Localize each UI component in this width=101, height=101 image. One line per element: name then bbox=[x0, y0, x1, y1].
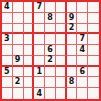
cell-r3c6[interactable] bbox=[56, 24, 67, 35]
cell-r7c5[interactable] bbox=[45, 67, 56, 78]
cell-r5c1[interactable] bbox=[2, 45, 13, 56]
given-digit: 4 bbox=[80, 45, 86, 53]
given-digit: 3 bbox=[4, 35, 10, 43]
given-digit: 7 bbox=[80, 35, 86, 43]
given-digit: 2 bbox=[69, 23, 75, 31]
cell-r8c2[interactable]: 2 bbox=[13, 77, 24, 88]
cell-r3c4[interactable] bbox=[34, 24, 45, 35]
given-digit: 7 bbox=[36, 2, 42, 10]
cell-r6c5[interactable]: 2 bbox=[45, 56, 56, 67]
cell-r9c6[interactable] bbox=[56, 88, 67, 99]
cell-r9c1[interactable] bbox=[2, 88, 13, 99]
cell-r2c8[interactable] bbox=[77, 13, 88, 24]
cell-r4c3[interactable] bbox=[24, 34, 35, 45]
cell-r3c9[interactable] bbox=[88, 24, 99, 35]
cell-r4c2[interactable] bbox=[13, 34, 24, 45]
cell-r3c2[interactable] bbox=[13, 24, 24, 35]
cell-r2c4[interactable] bbox=[34, 13, 45, 24]
cell-r6c3[interactable] bbox=[24, 56, 35, 67]
cell-r8c7[interactable]: 8 bbox=[67, 77, 78, 88]
cell-r5c7[interactable] bbox=[67, 45, 78, 56]
cell-r2c1[interactable] bbox=[2, 13, 13, 24]
cell-r7c4[interactable]: 1 bbox=[34, 67, 45, 78]
cell-r4c7[interactable] bbox=[67, 34, 78, 45]
given-digit: 4 bbox=[36, 89, 42, 97]
cell-r6c1[interactable] bbox=[2, 56, 13, 67]
cell-r5c3[interactable] bbox=[24, 45, 35, 56]
cell-r1c1[interactable]: 4 bbox=[2, 2, 13, 13]
cell-r6c2[interactable]: 9 bbox=[13, 56, 24, 67]
given-digit: 5 bbox=[4, 67, 10, 75]
cell-r8c6[interactable] bbox=[56, 77, 67, 88]
cell-r2c5[interactable]: 8 bbox=[45, 13, 56, 24]
cell-r1c8[interactable] bbox=[77, 2, 88, 13]
cell-r3c5[interactable] bbox=[45, 24, 56, 35]
cell-r7c8[interactable]: 6 bbox=[77, 67, 88, 78]
cell-r7c1[interactable]: 5 bbox=[2, 67, 13, 78]
cell-r4c6[interactable] bbox=[56, 34, 67, 45]
given-digit: 2 bbox=[15, 78, 21, 86]
cell-r1c2[interactable] bbox=[13, 2, 24, 13]
cell-r6c8[interactable] bbox=[77, 56, 88, 67]
cell-r6c6[interactable] bbox=[56, 56, 67, 67]
cell-r1c5[interactable] bbox=[45, 2, 56, 13]
cell-r8c9[interactable] bbox=[88, 77, 99, 88]
cell-r1c4[interactable]: 7 bbox=[34, 2, 45, 13]
sudoku-board: 47892376492516284 bbox=[0, 0, 101, 101]
cell-r5c9[interactable] bbox=[88, 45, 99, 56]
cell-r9c7[interactable] bbox=[67, 88, 78, 99]
cell-r8c5[interactable] bbox=[45, 77, 56, 88]
cell-r9c8[interactable] bbox=[77, 88, 88, 99]
given-digit: 6 bbox=[80, 67, 86, 75]
cell-r3c3[interactable] bbox=[24, 24, 35, 35]
cell-r7c7[interactable] bbox=[67, 67, 78, 78]
cell-r3c8[interactable] bbox=[77, 24, 88, 35]
cell-r4c9[interactable] bbox=[88, 34, 99, 45]
cell-r4c8[interactable]: 7 bbox=[77, 34, 88, 45]
cell-r5c8[interactable]: 4 bbox=[77, 45, 88, 56]
given-digit: 1 bbox=[36, 67, 42, 75]
given-digit: 9 bbox=[69, 13, 75, 21]
cell-r9c9[interactable] bbox=[88, 88, 99, 99]
cell-r7c3[interactable] bbox=[24, 67, 35, 78]
cell-r7c2[interactable] bbox=[13, 67, 24, 78]
cell-r9c2[interactable] bbox=[13, 88, 24, 99]
cell-r4c1[interactable]: 3 bbox=[2, 34, 13, 45]
given-digit: 8 bbox=[47, 13, 53, 21]
cell-r7c6[interactable] bbox=[56, 67, 67, 78]
cell-r6c9[interactable] bbox=[88, 56, 99, 67]
cell-r9c3[interactable] bbox=[24, 88, 35, 99]
cell-r8c3[interactable] bbox=[24, 77, 35, 88]
given-digit: 6 bbox=[47, 45, 53, 53]
cell-r2c2[interactable] bbox=[13, 13, 24, 24]
cell-r6c7[interactable] bbox=[67, 56, 78, 67]
cell-r9c5[interactable] bbox=[45, 88, 56, 99]
cell-r1c3[interactable] bbox=[24, 2, 35, 13]
cell-r1c7[interactable] bbox=[67, 2, 78, 13]
cell-r8c1[interactable] bbox=[2, 77, 13, 88]
cell-r4c4[interactable] bbox=[34, 34, 45, 45]
cell-r4c5[interactable] bbox=[45, 34, 56, 45]
cell-r6c4[interactable] bbox=[34, 56, 45, 67]
cell-r5c4[interactable] bbox=[34, 45, 45, 56]
cell-r1c9[interactable] bbox=[88, 2, 99, 13]
given-digit: 4 bbox=[4, 2, 10, 10]
given-digit: 9 bbox=[15, 56, 21, 64]
cell-r5c6[interactable] bbox=[56, 45, 67, 56]
cell-r2c3[interactable] bbox=[24, 13, 35, 24]
cell-r3c7[interactable]: 2 bbox=[67, 24, 78, 35]
cell-r1c6[interactable] bbox=[56, 2, 67, 13]
cell-r2c9[interactable] bbox=[88, 13, 99, 24]
cell-r8c4[interactable] bbox=[34, 77, 45, 88]
cell-r3c1[interactable] bbox=[2, 24, 13, 35]
cell-r9c4[interactable]: 4 bbox=[34, 88, 45, 99]
given-digit: 8 bbox=[69, 78, 75, 86]
given-digit: 2 bbox=[47, 56, 53, 64]
cell-r8c8[interactable] bbox=[77, 77, 88, 88]
cell-r2c6[interactable] bbox=[56, 13, 67, 24]
cell-r7c9[interactable] bbox=[88, 67, 99, 78]
